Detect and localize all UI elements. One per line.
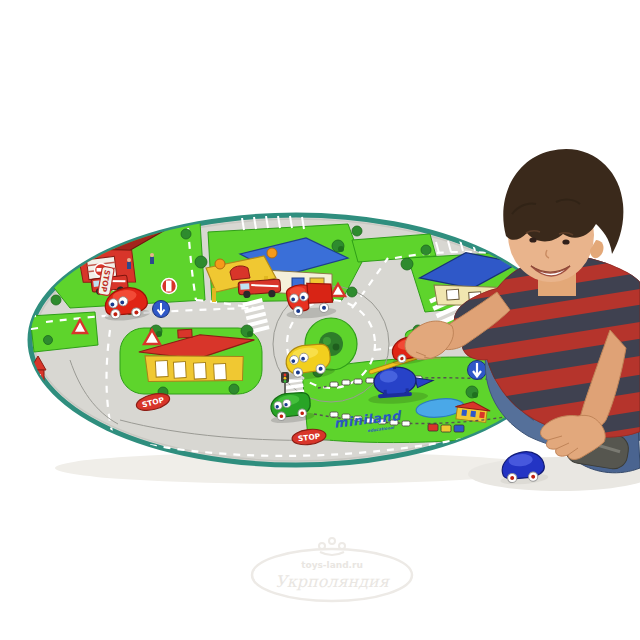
watermark: toys-land.ru Укрполяндия (252, 538, 412, 601)
watermark-crown-icon (319, 538, 345, 555)
scene-graphic: STOP STOP STOP miniland educational (0, 0, 640, 640)
arrow-sign-1 (153, 301, 170, 318)
toy-car-blue-floor[interactable] (498, 450, 549, 486)
watermark-line1: toys-land.ru (301, 560, 363, 570)
toy-truck-red[interactable] (284, 281, 337, 320)
no-entry-sign-2 (162, 279, 177, 294)
photo-stage: STOP STOP STOP miniland educational (0, 0, 640, 640)
watermark-line2: Укрполяндия (275, 572, 391, 591)
toy-train-printed (428, 424, 464, 432)
arrow-sign-2 (468, 361, 487, 380)
